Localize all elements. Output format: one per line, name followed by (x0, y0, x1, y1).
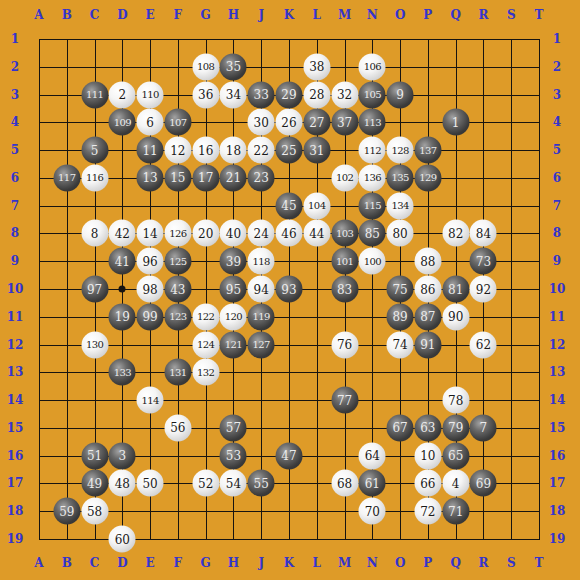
coordinate-label-col-bottom: C (90, 557, 100, 569)
coordinate-label-col-bottom: L (313, 557, 321, 569)
stone-K5: 25 (276, 137, 303, 164)
coordinate-label-row-right: 19 (549, 533, 566, 545)
coordinate-label-col-bottom: O (395, 557, 405, 569)
stone-P5: 137 (414, 137, 441, 164)
stone-D8: 42 (109, 220, 136, 247)
coordinate-label-col-top: F (174, 9, 183, 21)
stone-Q10: 81 (442, 276, 469, 303)
coordinate-label-col-top: B (62, 9, 72, 21)
stone-C6: 116 (81, 164, 108, 191)
stone-G12: 124 (192, 331, 219, 358)
stone-H9: 39 (220, 248, 247, 275)
coordinate-label-col-bottom: R (478, 557, 488, 569)
stone-C8: 8 (81, 220, 108, 247)
stone-E17: 50 (137, 470, 164, 497)
coordinate-label-col-top: O (395, 9, 405, 21)
stone-N18: 70 (359, 498, 386, 525)
stone-P10: 86 (414, 276, 441, 303)
stone-H12: 121 (220, 331, 247, 358)
stone-D16: 3 (109, 442, 136, 469)
stone-C3: 111 (81, 81, 108, 108)
coordinate-label-col-top: D (117, 9, 127, 21)
coordinate-label-col-bottom: F (174, 557, 183, 569)
stone-K7: 45 (276, 192, 303, 219)
stone-M6: 102 (331, 164, 358, 191)
grid-line-vertical (539, 39, 540, 540)
coordinate-label-col-top: G (201, 9, 211, 21)
stone-O6: 135 (387, 164, 414, 191)
coordinate-label-row-right: 1 (553, 33, 561, 45)
stone-G6: 17 (192, 164, 219, 191)
stone-F5: 12 (164, 137, 191, 164)
stone-E4: 6 (137, 109, 164, 136)
coordinate-label-col-bottom: D (117, 557, 127, 569)
stone-J4: 30 (248, 109, 275, 136)
coordinate-label-row-left: 6 (11, 172, 19, 184)
stone-E3: 110 (137, 81, 164, 108)
stone-Q4: 1 (442, 109, 469, 136)
stone-N9: 100 (359, 248, 386, 275)
coordinate-label-row-left: 1 (11, 33, 19, 45)
stone-N8: 85 (359, 220, 386, 247)
stone-P16: 10 (414, 442, 441, 469)
stone-H8: 40 (220, 220, 247, 247)
coordinate-label-col-bottom: G (201, 557, 211, 569)
stone-K3: 29 (276, 81, 303, 108)
stone-E14: 114 (137, 387, 164, 414)
stone-J11: 119 (248, 303, 275, 330)
coordinate-label-col-bottom: Q (450, 557, 460, 569)
stone-D4: 109 (109, 109, 136, 136)
stone-Q14: 78 (442, 387, 469, 414)
stone-H10: 95 (220, 276, 247, 303)
stone-H17: 54 (220, 470, 247, 497)
stone-R15: 7 (470, 414, 497, 441)
stone-H5: 18 (220, 137, 247, 164)
coordinate-label-row-right: 13 (549, 366, 566, 378)
stone-P15: 63 (414, 414, 441, 441)
stone-F9: 125 (164, 248, 191, 275)
coordinate-label-col-bottom: J (258, 557, 264, 569)
stone-N17: 61 (359, 470, 386, 497)
stone-J8: 24 (248, 220, 275, 247)
stone-N7: 115 (359, 192, 386, 219)
stone-F4: 107 (164, 109, 191, 136)
stone-E6: 13 (137, 164, 164, 191)
coordinate-label-row-right: 3 (553, 89, 561, 101)
stone-D17: 48 (109, 470, 136, 497)
coordinate-label-col-bottom: K (284, 557, 294, 569)
coordinate-label-col-bottom: N (367, 557, 378, 569)
stone-O7: 134 (387, 192, 414, 219)
coordinate-label-row-left: 10 (7, 283, 24, 295)
stone-F15: 56 (164, 414, 191, 441)
stone-N2: 106 (359, 53, 386, 80)
stone-H15: 57 (220, 414, 247, 441)
stone-M17: 68 (331, 470, 358, 497)
stone-L4: 27 (303, 109, 330, 136)
coordinate-label-row-right: 18 (549, 505, 566, 517)
stone-L5: 31 (303, 137, 330, 164)
coordinate-label-row-left: 3 (11, 89, 19, 101)
coordinate-label-row-right: 4 (553, 116, 561, 128)
stone-Q17: 4 (442, 470, 469, 497)
coordinate-label-row-right: 16 (549, 450, 566, 462)
star-point (119, 286, 126, 293)
coordinate-label-col-top: K (284, 9, 294, 21)
stone-M3: 32 (331, 81, 358, 108)
stone-C16: 51 (81, 442, 108, 469)
stone-F13: 131 (164, 359, 191, 386)
stone-P12: 91 (414, 331, 441, 358)
stone-K4: 26 (276, 109, 303, 136)
coordinate-label-col-bottom: B (62, 557, 72, 569)
stone-J6: 23 (248, 164, 275, 191)
stone-J3: 33 (248, 81, 275, 108)
coordinate-label-col-top: P (423, 9, 432, 21)
coordinate-label-row-left: 8 (11, 227, 19, 239)
stone-G8: 20 (192, 220, 219, 247)
stone-D19: 60 (109, 526, 136, 553)
coordinate-label-col-bottom: A (34, 557, 43, 569)
stone-F6: 15 (164, 164, 191, 191)
stone-E11: 99 (137, 303, 164, 330)
stone-M8: 103 (331, 220, 358, 247)
coordinate-label-row-right: 17 (549, 477, 566, 489)
stone-P17: 66 (414, 470, 441, 497)
stone-K16: 47 (276, 442, 303, 469)
coordinate-label-row-left: 18 (7, 505, 24, 517)
stone-P11: 87 (414, 303, 441, 330)
stone-N16: 64 (359, 442, 386, 469)
coordinate-label-row-right: 9 (553, 255, 561, 267)
grid-line-horizontal (39, 345, 540, 346)
coordinate-label-row-right: 10 (549, 283, 566, 295)
coordinate-label-col-top: T (535, 9, 544, 21)
stone-Q8: 82 (442, 220, 469, 247)
coordinate-label-row-right: 6 (553, 172, 561, 184)
stone-J17: 55 (248, 470, 275, 497)
stone-H3: 34 (220, 81, 247, 108)
stone-O15: 67 (387, 414, 414, 441)
coordinate-label-row-left: 2 (11, 61, 19, 73)
coordinate-label-row-right: 12 (549, 339, 566, 351)
coordinate-label-row-left: 4 (11, 116, 19, 128)
stone-R17: 69 (470, 470, 497, 497)
stone-H11: 120 (220, 303, 247, 330)
stone-J10: 94 (248, 276, 275, 303)
stone-D9: 41 (109, 248, 136, 275)
coordinate-label-col-bottom: E (146, 557, 155, 569)
stone-L7: 104 (303, 192, 330, 219)
coordinate-label-col-bottom: P (423, 557, 432, 569)
stone-R12: 62 (470, 331, 497, 358)
stone-G13: 132 (192, 359, 219, 386)
stone-H2: 35 (220, 53, 247, 80)
stone-G5: 16 (192, 137, 219, 164)
grid-line-vertical (511, 39, 512, 540)
stone-B6: 117 (53, 164, 80, 191)
stone-E8: 14 (137, 220, 164, 247)
stone-N6: 136 (359, 164, 386, 191)
stone-E5: 11 (137, 137, 164, 164)
stone-G2: 108 (192, 53, 219, 80)
stone-C18: 58 (81, 498, 108, 525)
stone-M9: 101 (331, 248, 358, 275)
stone-R10: 92 (470, 276, 497, 303)
coordinate-label-row-right: 5 (553, 144, 561, 156)
coordinate-label-row-left: 14 (7, 394, 24, 406)
stone-O5: 128 (387, 137, 414, 164)
go-board[interactable]: AABBCCDDEEFFGGHHJJKKLLMMNNOOPPQQRRSSTT11… (0, 0, 580, 580)
stone-K10: 93 (276, 276, 303, 303)
coordinate-label-col-top: N (367, 9, 378, 21)
stone-N3: 105 (359, 81, 386, 108)
stone-L8: 44 (303, 220, 330, 247)
coordinate-label-row-right: 11 (549, 311, 566, 323)
coordinate-label-row-left: 7 (11, 200, 19, 212)
coordinate-label-row-left: 12 (7, 339, 24, 351)
coordinate-label-row-left: 19 (7, 533, 24, 545)
stone-L3: 28 (303, 81, 330, 108)
stone-O12: 74 (387, 331, 414, 358)
stone-O8: 80 (387, 220, 414, 247)
coordinate-label-col-top: R (478, 9, 488, 21)
stone-G17: 52 (192, 470, 219, 497)
stone-K8: 46 (276, 220, 303, 247)
stone-C10: 97 (81, 276, 108, 303)
stone-E10: 98 (137, 276, 164, 303)
stone-G11: 122 (192, 303, 219, 330)
coordinate-label-col-top: A (34, 9, 43, 21)
coordinate-label-row-right: 7 (553, 200, 561, 212)
coordinate-label-row-right: 8 (553, 227, 561, 239)
stone-H16: 53 (220, 442, 247, 469)
coordinate-label-row-left: 11 (7, 311, 24, 323)
stone-D13: 133 (109, 359, 136, 386)
coordinate-label-col-top: Q (450, 9, 460, 21)
stone-Q11: 90 (442, 303, 469, 330)
coordinate-label-col-top: E (146, 9, 155, 21)
stone-J12: 127 (248, 331, 275, 358)
coordinate-label-col-top: L (313, 9, 321, 21)
coordinate-label-col-bottom: S (507, 557, 516, 569)
coordinate-label-row-left: 9 (11, 255, 19, 267)
coordinate-label-row-right: 2 (553, 61, 561, 73)
stone-G3: 36 (192, 81, 219, 108)
stone-B18: 59 (53, 498, 80, 525)
stone-P18: 72 (414, 498, 441, 525)
coordinate-label-row-left: 17 (7, 477, 24, 489)
coordinate-label-row-right: 14 (549, 394, 566, 406)
stone-Q16: 65 (442, 442, 469, 469)
stone-M12: 76 (331, 331, 358, 358)
stone-C5: 5 (81, 137, 108, 164)
stone-R9: 73 (470, 248, 497, 275)
coordinate-label-col-top: J (258, 9, 264, 21)
coordinate-label-row-left: 16 (7, 450, 24, 462)
stone-M10: 83 (331, 276, 358, 303)
coordinate-label-row-left: 5 (11, 144, 19, 156)
stone-D11: 19 (109, 303, 136, 330)
stone-L2: 38 (303, 53, 330, 80)
coordinate-label-col-top: S (507, 9, 516, 21)
stone-F10: 43 (164, 276, 191, 303)
stone-J9: 118 (248, 248, 275, 275)
stone-P6: 129 (414, 164, 441, 191)
coordinate-label-col-top: C (90, 9, 100, 21)
coordinate-label-row-right: 15 (549, 422, 566, 434)
stone-P9: 88 (414, 248, 441, 275)
stone-M4: 37 (331, 109, 358, 136)
coordinate-label-row-left: 13 (7, 366, 24, 378)
stone-R8: 84 (470, 220, 497, 247)
coordinate-label-col-bottom: T (535, 557, 544, 569)
stone-C17: 49 (81, 470, 108, 497)
stone-H6: 21 (220, 164, 247, 191)
stone-E9: 96 (137, 248, 164, 275)
stone-N5: 112 (359, 137, 386, 164)
coordinate-label-row-left: 15 (7, 422, 24, 434)
coordinate-label-col-top: M (338, 9, 351, 21)
stone-F11: 123 (164, 303, 191, 330)
stone-N4: 113 (359, 109, 386, 136)
stone-C12: 130 (81, 331, 108, 358)
stone-Q15: 79 (442, 414, 469, 441)
coordinate-label-col-bottom: H (228, 557, 239, 569)
stone-F8: 126 (164, 220, 191, 247)
stone-Q18: 71 (442, 498, 469, 525)
stone-D3: 2 (109, 81, 136, 108)
stone-O3: 9 (387, 81, 414, 108)
stone-O11: 89 (387, 303, 414, 330)
coordinate-label-col-top: H (228, 9, 239, 21)
stone-J5: 22 (248, 137, 275, 164)
stone-M14: 77 (331, 387, 358, 414)
stone-O10: 75 (387, 276, 414, 303)
coordinate-label-col-bottom: M (338, 557, 351, 569)
